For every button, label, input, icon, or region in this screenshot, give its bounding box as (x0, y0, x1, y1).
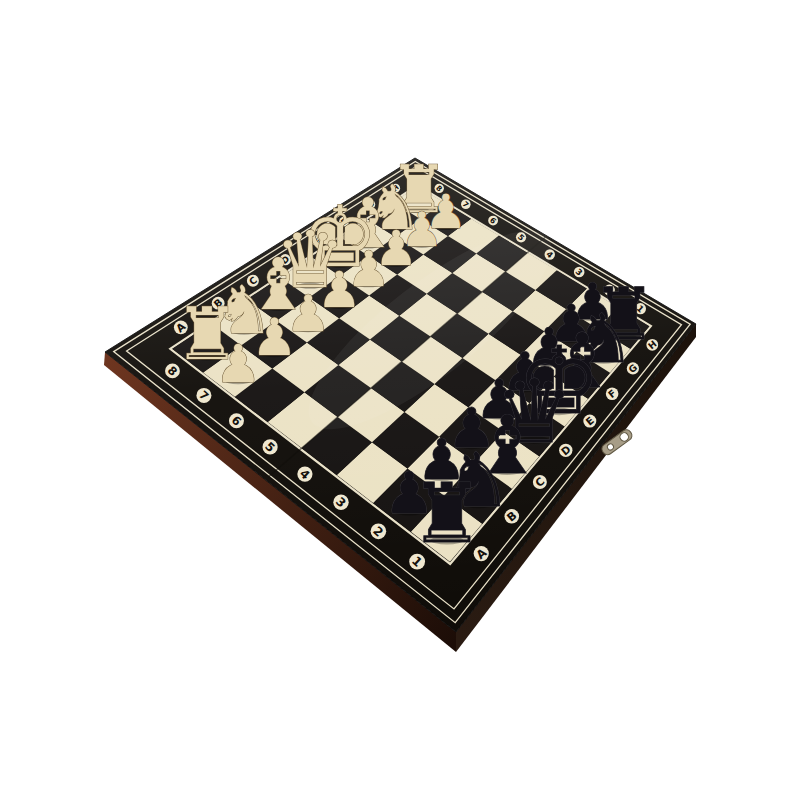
piece-white-pawn-a7: ♟ (215, 333, 262, 394)
svg-text:♟: ♟ (215, 333, 262, 394)
chess-board: AABBCCDDEEFFGGHH1122334455667788♜♟♞♟♝♟♚♟… (0, 0, 800, 800)
chess-set-photo: AABBCCDDEEFFGGHH1122334455667788♜♟♞♟♝♟♚♟… (0, 0, 800, 800)
piece-black-rook-a1: ♜ (410, 465, 484, 561)
svg-text:♜: ♜ (410, 465, 484, 561)
